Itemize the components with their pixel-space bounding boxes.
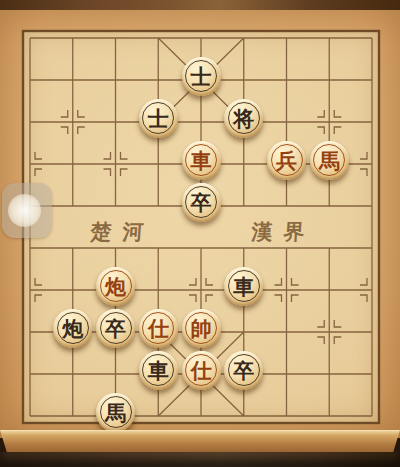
- piece-glyph: 馬: [319, 141, 340, 180]
- piece-glyph: 卒: [191, 183, 212, 222]
- piece-black-general[interactable]: 将: [224, 99, 263, 138]
- piece-glyph: 車: [148, 351, 169, 390]
- piece-black-horse[interactable]: 馬: [96, 393, 135, 432]
- piece-black-cannon[interactable]: 炮: [53, 309, 92, 348]
- piece-red-soldier[interactable]: 兵: [267, 141, 306, 180]
- piece-black-advisor[interactable]: 士: [139, 99, 178, 138]
- assistive-touch-glow-icon: [8, 194, 41, 227]
- piece-glyph: 卒: [105, 309, 126, 348]
- piece-glyph: 卒: [233, 351, 254, 390]
- piece-red-horse[interactable]: 馬: [310, 141, 349, 180]
- piece-red-general[interactable]: 帥: [182, 309, 221, 348]
- piece-glyph: 士: [148, 99, 169, 138]
- table-surface-bottom: [0, 452, 400, 467]
- board-block: 楚河 漢界 士士将車兵馬卒炮車炮卒仕帥車仕卒馬: [0, 10, 400, 438]
- piece-black-chariot[interactable]: 車: [224, 267, 263, 306]
- xiangqi-game-screen: 楚河 漢界 士士将車兵馬卒炮車炮卒仕帥車仕卒馬: [0, 0, 400, 467]
- piece-glyph: 炮: [105, 267, 126, 306]
- piece-glyph: 兵: [276, 141, 297, 180]
- piece-glyph: 士: [191, 57, 212, 96]
- piece-glyph: 仕: [191, 351, 212, 390]
- piece-black-chariot[interactable]: 車: [139, 351, 178, 390]
- piece-black-soldier[interactable]: 卒: [224, 351, 263, 390]
- piece-glyph: 仕: [148, 309, 169, 348]
- piece-black-advisor[interactable]: 士: [182, 57, 221, 96]
- piece-red-cannon[interactable]: 炮: [96, 267, 135, 306]
- assistive-touch-button[interactable]: [2, 183, 52, 238]
- piece-glyph: 炮: [62, 309, 83, 348]
- piece-red-chariot[interactable]: 車: [182, 141, 221, 180]
- piece-glyph: 馬: [105, 393, 126, 432]
- piece-red-advisor[interactable]: 仕: [182, 351, 221, 390]
- piece-glyph: 将: [233, 99, 254, 138]
- piece-red-advisor[interactable]: 仕: [139, 309, 178, 348]
- piece-black-soldier[interactable]: 卒: [96, 309, 135, 348]
- piece-glyph: 車: [191, 141, 212, 180]
- piece-black-soldier[interactable]: 卒: [182, 183, 221, 222]
- piece-glyph: 車: [233, 267, 254, 306]
- piece-glyph: 帥: [191, 309, 212, 348]
